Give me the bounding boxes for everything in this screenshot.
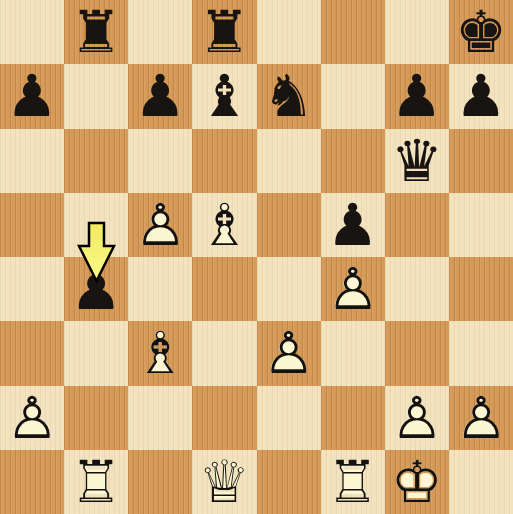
white-piece-outline-glyph: ♙ [455, 386, 507, 450]
square-a7[interactable]: ♟ [0, 64, 64, 128]
square-a3[interactable] [0, 321, 64, 385]
square-h1[interactable] [449, 450, 513, 514]
square-b2[interactable] [64, 386, 128, 450]
square-d8[interactable]: ♜ [192, 0, 256, 64]
square-f7[interactable] [321, 64, 385, 128]
square-e8[interactable] [257, 0, 321, 64]
black-piece-glyph: ♜ [198, 0, 250, 64]
piece-black-rook[interactable]: ♜ [192, 0, 256, 64]
black-piece-glyph: ♟ [327, 193, 379, 257]
piece-black-pawn[interactable]: ♟ [449, 64, 513, 128]
white-piece-outline-glyph: ♖ [327, 450, 379, 514]
white-piece-outline-glyph: ♗ [134, 321, 186, 385]
white-piece-outline-glyph: ♙ [327, 257, 379, 321]
square-e6[interactable] [257, 129, 321, 193]
square-c6[interactable] [128, 129, 192, 193]
square-d3[interactable] [192, 321, 256, 385]
black-piece-glyph: ♟ [70, 257, 122, 321]
square-d7[interactable]: ♝ [192, 64, 256, 128]
piece-white-pawn[interactable]: ♟♙ [0, 386, 64, 450]
square-a4[interactable] [0, 257, 64, 321]
black-piece-glyph: ♟ [391, 64, 443, 128]
white-piece-outline-glyph: ♙ [263, 321, 315, 385]
square-g2[interactable]: ♟♙ [385, 386, 449, 450]
piece-white-pawn[interactable]: ♟♙ [321, 257, 385, 321]
square-f2[interactable] [321, 386, 385, 450]
square-g5[interactable] [385, 193, 449, 257]
black-piece-glyph: ♚ [455, 0, 507, 64]
square-c1[interactable] [128, 450, 192, 514]
white-piece-outline-glyph: ♗ [198, 193, 250, 257]
square-b3[interactable] [64, 321, 128, 385]
piece-black-pawn[interactable]: ♟ [321, 193, 385, 257]
black-piece-glyph: ♜ [70, 0, 122, 64]
square-b5[interactable] [64, 193, 128, 257]
piece-white-bishop[interactable]: ♝♗ [128, 321, 192, 385]
square-d5[interactable]: ♝♗ [192, 193, 256, 257]
white-piece-outline-glyph: ♙ [134, 193, 186, 257]
square-a6[interactable] [0, 129, 64, 193]
piece-white-rook[interactable]: ♜♖ [321, 450, 385, 514]
piece-black-pawn[interactable]: ♟ [385, 64, 449, 128]
square-g8[interactable] [385, 0, 449, 64]
white-piece-outline-glyph: ♖ [70, 450, 122, 514]
square-h3[interactable] [449, 321, 513, 385]
square-e5[interactable] [257, 193, 321, 257]
square-c3[interactable]: ♝♗ [128, 321, 192, 385]
square-h2[interactable]: ♟♙ [449, 386, 513, 450]
square-b8[interactable]: ♜ [64, 0, 128, 64]
piece-black-rook[interactable]: ♜ [64, 0, 128, 64]
square-e1[interactable] [257, 450, 321, 514]
white-piece-outline-glyph: ♔ [391, 450, 443, 514]
square-c4[interactable] [128, 257, 192, 321]
piece-white-bishop[interactable]: ♝♗ [192, 193, 256, 257]
square-c8[interactable] [128, 0, 192, 64]
square-h7[interactable]: ♟ [449, 64, 513, 128]
square-a1[interactable] [0, 450, 64, 514]
square-a8[interactable] [0, 0, 64, 64]
piece-white-queen[interactable]: ♛♕ [192, 450, 256, 514]
square-a2[interactable]: ♟♙ [0, 386, 64, 450]
square-h5[interactable] [449, 193, 513, 257]
chess-board-wrapper: ♜♜♚♟♟♝♞♟♟♛♟♙♝♗♟♟♟♙♝♗♟♙♟♙♟♙♟♙♜♖♛♕♜♖♚♔ [0, 0, 513, 514]
black-piece-glyph: ♟ [455, 64, 507, 128]
piece-black-queen[interactable]: ♛ [385, 129, 449, 193]
piece-white-pawn[interactable]: ♟♙ [385, 386, 449, 450]
piece-black-knight[interactable]: ♞ [257, 64, 321, 128]
piece-black-king[interactable]: ♚ [449, 0, 513, 64]
square-a5[interactable] [0, 193, 64, 257]
square-g1[interactable]: ♚♔ [385, 450, 449, 514]
white-piece-outline-glyph: ♙ [391, 386, 443, 450]
piece-white-rook[interactable]: ♜♖ [64, 450, 128, 514]
black-piece-glyph: ♟ [134, 64, 186, 128]
square-d1[interactable]: ♛♕ [192, 450, 256, 514]
square-g6[interactable]: ♛ [385, 129, 449, 193]
piece-black-pawn[interactable]: ♟ [64, 257, 128, 321]
piece-white-pawn[interactable]: ♟♙ [128, 193, 192, 257]
piece-white-pawn[interactable]: ♟♙ [257, 321, 321, 385]
square-e3[interactable]: ♟♙ [257, 321, 321, 385]
white-piece-outline-glyph: ♕ [198, 450, 250, 514]
piece-black-bishop[interactable]: ♝ [192, 64, 256, 128]
square-e4[interactable] [257, 257, 321, 321]
square-b6[interactable] [64, 129, 128, 193]
piece-white-king[interactable]: ♚♔ [385, 450, 449, 514]
square-b7[interactable] [64, 64, 128, 128]
piece-black-pawn[interactable]: ♟ [0, 64, 64, 128]
square-h8[interactable]: ♚ [449, 0, 513, 64]
square-f4[interactable]: ♟♙ [321, 257, 385, 321]
square-h4[interactable] [449, 257, 513, 321]
black-piece-glyph: ♝ [198, 64, 250, 128]
square-f3[interactable] [321, 321, 385, 385]
piece-white-pawn[interactable]: ♟♙ [449, 386, 513, 450]
square-b1[interactable]: ♜♖ [64, 450, 128, 514]
square-d2[interactable] [192, 386, 256, 450]
chess-board: ♜♜♚♟♟♝♞♟♟♛♟♙♝♗♟♟♟♙♝♗♟♙♟♙♟♙♟♙♜♖♛♕♜♖♚♔ [0, 0, 513, 514]
square-e2[interactable] [257, 386, 321, 450]
square-d4[interactable] [192, 257, 256, 321]
black-piece-glyph: ♛ [391, 129, 443, 193]
square-g7[interactable]: ♟ [385, 64, 449, 128]
square-d6[interactable] [192, 129, 256, 193]
square-b4[interactable]: ♟ [64, 257, 128, 321]
square-f8[interactable] [321, 0, 385, 64]
square-e7[interactable]: ♞ [257, 64, 321, 128]
square-g4[interactable] [385, 257, 449, 321]
square-g3[interactable] [385, 321, 449, 385]
square-f5[interactable]: ♟ [321, 193, 385, 257]
square-c7[interactable]: ♟ [128, 64, 192, 128]
square-f1[interactable]: ♜♖ [321, 450, 385, 514]
square-c2[interactable] [128, 386, 192, 450]
black-piece-glyph: ♞ [263, 64, 315, 128]
square-h6[interactable] [449, 129, 513, 193]
square-f6[interactable] [321, 129, 385, 193]
square-c5[interactable]: ♟♙ [128, 193, 192, 257]
piece-black-pawn[interactable]: ♟ [128, 64, 192, 128]
white-piece-outline-glyph: ♙ [6, 386, 58, 450]
black-piece-glyph: ♟ [6, 64, 58, 128]
